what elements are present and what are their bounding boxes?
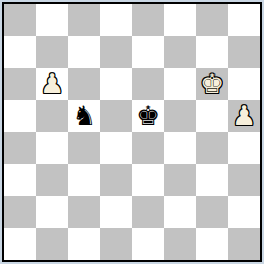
square-b7[interactable]	[36, 36, 68, 68]
square-f7[interactable]	[164, 36, 196, 68]
square-b1[interactable]	[36, 228, 68, 260]
square-e1[interactable]	[132, 228, 164, 260]
square-a5[interactable]	[4, 100, 36, 132]
square-b3[interactable]	[36, 164, 68, 196]
white-pawn[interactable]: ♟	[40, 69, 64, 99]
square-g4[interactable]	[196, 132, 228, 164]
square-c4[interactable]	[68, 132, 100, 164]
square-g3[interactable]	[196, 164, 228, 196]
square-f6[interactable]	[164, 68, 196, 100]
square-a7[interactable]	[4, 36, 36, 68]
square-b8[interactable]	[36, 4, 68, 36]
square-a1[interactable]	[4, 228, 36, 260]
square-f8[interactable]	[164, 4, 196, 36]
chess-board: ♟♚♞♚♟	[4, 4, 260, 260]
white-king[interactable]: ♚	[200, 69, 224, 99]
square-c1[interactable]	[68, 228, 100, 260]
square-d7[interactable]	[100, 36, 132, 68]
square-b4[interactable]	[36, 132, 68, 164]
square-d3[interactable]	[100, 164, 132, 196]
square-b6[interactable]: ♟	[36, 68, 68, 100]
square-c6[interactable]	[68, 68, 100, 100]
square-b2[interactable]	[36, 196, 68, 228]
square-h2[interactable]	[228, 196, 260, 228]
black-king[interactable]: ♚	[136, 101, 160, 131]
square-a8[interactable]	[4, 4, 36, 36]
square-f4[interactable]	[164, 132, 196, 164]
square-g5[interactable]	[196, 100, 228, 132]
square-d2[interactable]	[100, 196, 132, 228]
square-g6[interactable]: ♚	[196, 68, 228, 100]
square-f2[interactable]	[164, 196, 196, 228]
square-a3[interactable]	[4, 164, 36, 196]
square-h6[interactable]	[228, 68, 260, 100]
square-e4[interactable]	[132, 132, 164, 164]
square-f3[interactable]	[164, 164, 196, 196]
square-a6[interactable]	[4, 68, 36, 100]
white-pawn[interactable]: ♟	[232, 101, 256, 131]
square-h8[interactable]	[228, 4, 260, 36]
square-h7[interactable]	[228, 36, 260, 68]
square-g8[interactable]	[196, 4, 228, 36]
square-a4[interactable]	[4, 132, 36, 164]
black-knight[interactable]: ♞	[71, 102, 97, 130]
diagram-frame: ♟♚♞♚♟	[2, 2, 262, 262]
square-d1[interactable]	[100, 228, 132, 260]
square-c5[interactable]: ♞	[68, 100, 100, 132]
square-h5[interactable]: ♟	[228, 100, 260, 132]
square-d8[interactable]	[100, 4, 132, 36]
square-e5[interactable]: ♚	[132, 100, 164, 132]
square-d6[interactable]	[100, 68, 132, 100]
square-g2[interactable]	[196, 196, 228, 228]
square-d5[interactable]	[100, 100, 132, 132]
square-c3[interactable]	[68, 164, 100, 196]
square-e6[interactable]	[132, 68, 164, 100]
square-c2[interactable]	[68, 196, 100, 228]
square-c8[interactable]	[68, 4, 100, 36]
square-g7[interactable]	[196, 36, 228, 68]
square-f1[interactable]	[164, 228, 196, 260]
square-c7[interactable]	[68, 36, 100, 68]
square-h3[interactable]	[228, 164, 260, 196]
square-h1[interactable]	[228, 228, 260, 260]
square-d4[interactable]	[100, 132, 132, 164]
square-a2[interactable]	[4, 196, 36, 228]
square-f5[interactable]	[164, 100, 196, 132]
square-g1[interactable]	[196, 228, 228, 260]
square-e7[interactable]	[132, 36, 164, 68]
square-e2[interactable]	[132, 196, 164, 228]
square-b5[interactable]	[36, 100, 68, 132]
square-e3[interactable]	[132, 164, 164, 196]
square-e8[interactable]	[132, 4, 164, 36]
square-h4[interactable]	[228, 132, 260, 164]
